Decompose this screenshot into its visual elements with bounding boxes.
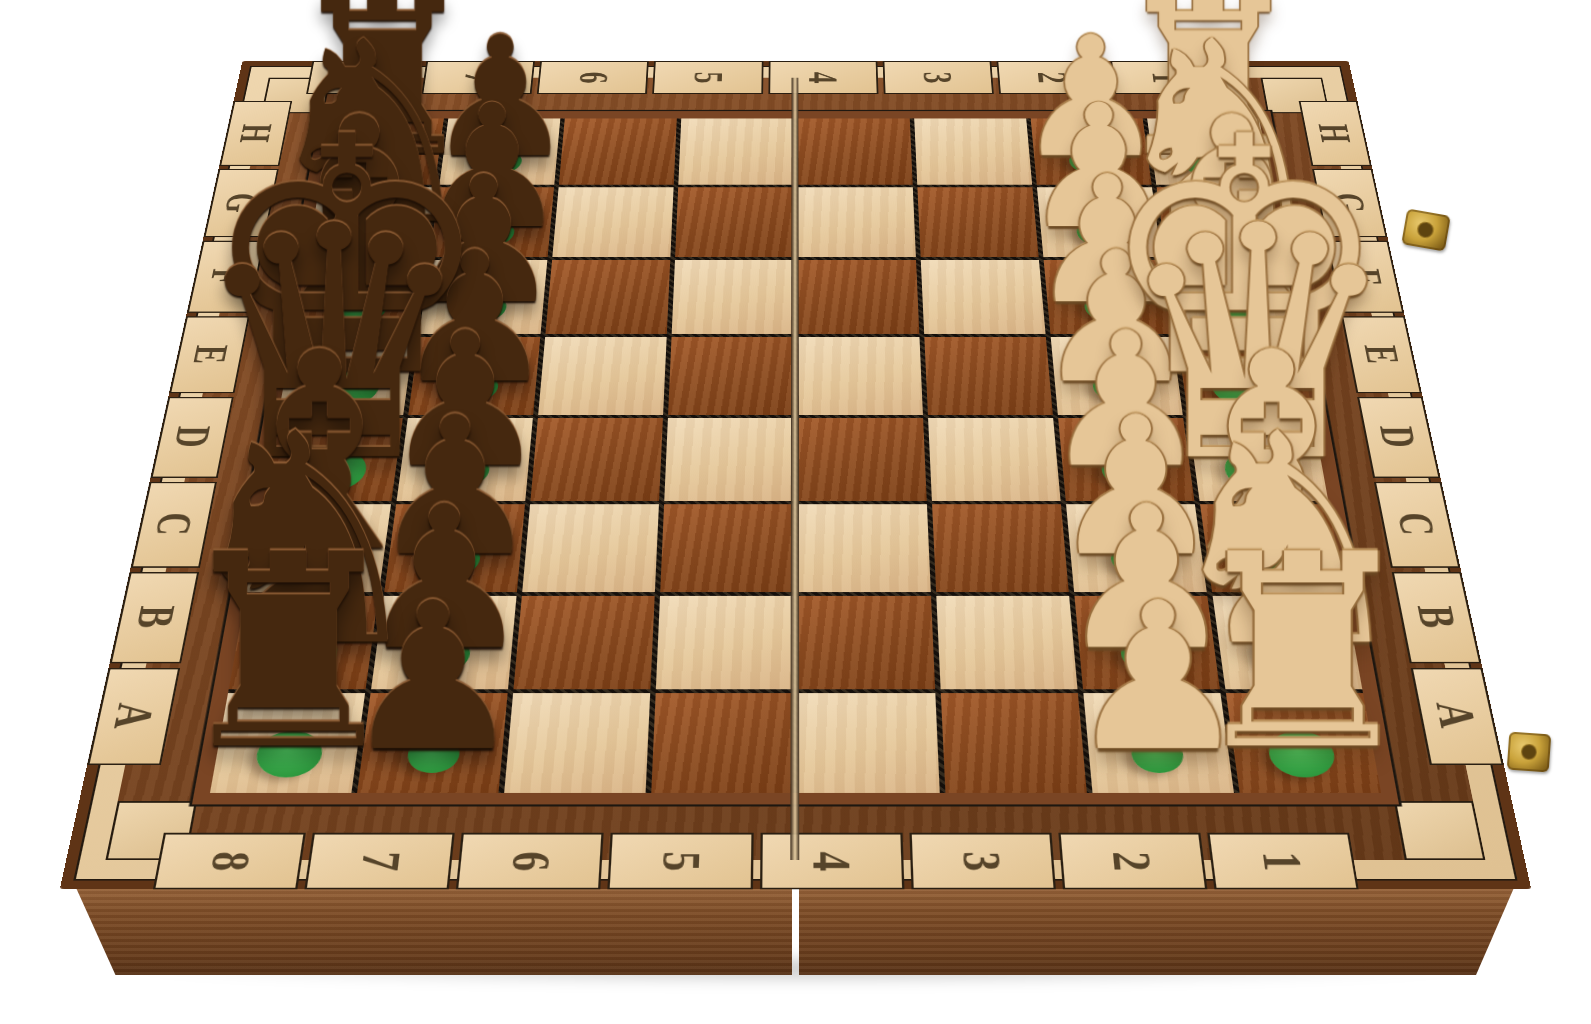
photo-canvas: 87654321 87654321 HGFEDCBA HGFEDCBA ♜♞♝♛… bbox=[0, 0, 1591, 1024]
box-side-face bbox=[58, 887, 1532, 975]
brass-clasp-icon bbox=[1507, 732, 1552, 773]
square-e3[interactable] bbox=[924, 337, 1053, 415]
corner-block bbox=[261, 78, 330, 113]
square-e5[interactable] bbox=[668, 337, 793, 415]
box-side-right-half bbox=[799, 887, 1533, 975]
black-pawn-glyph: ♟ bbox=[342, 595, 525, 762]
square-e6[interactable] bbox=[538, 337, 667, 415]
square-f4[interactable] bbox=[798, 260, 919, 334]
square-g3[interactable] bbox=[917, 187, 1038, 257]
box-side-left-half bbox=[58, 887, 792, 975]
square-h5[interactable] bbox=[678, 118, 793, 184]
square-g4[interactable] bbox=[798, 187, 916, 257]
corner-block bbox=[1261, 78, 1330, 113]
white-pawn-glyph: ♟ bbox=[1067, 595, 1250, 762]
square-h3[interactable] bbox=[914, 118, 1032, 184]
chess-board: 87654321 87654321 HGFEDCBA HGFEDCBA ♜♞♝♛… bbox=[60, 61, 1532, 889]
square-f3[interactable] bbox=[921, 260, 1046, 334]
square-h4[interactable] bbox=[798, 118, 913, 184]
square-g6[interactable] bbox=[552, 187, 673, 257]
square-g5[interactable] bbox=[675, 187, 793, 257]
square-f6[interactable] bbox=[545, 260, 670, 334]
square-h6[interactable] bbox=[559, 118, 677, 184]
square-f5[interactable] bbox=[672, 260, 793, 334]
square-e4[interactable] bbox=[798, 337, 923, 415]
brass-clasp-icon bbox=[1401, 208, 1451, 251]
